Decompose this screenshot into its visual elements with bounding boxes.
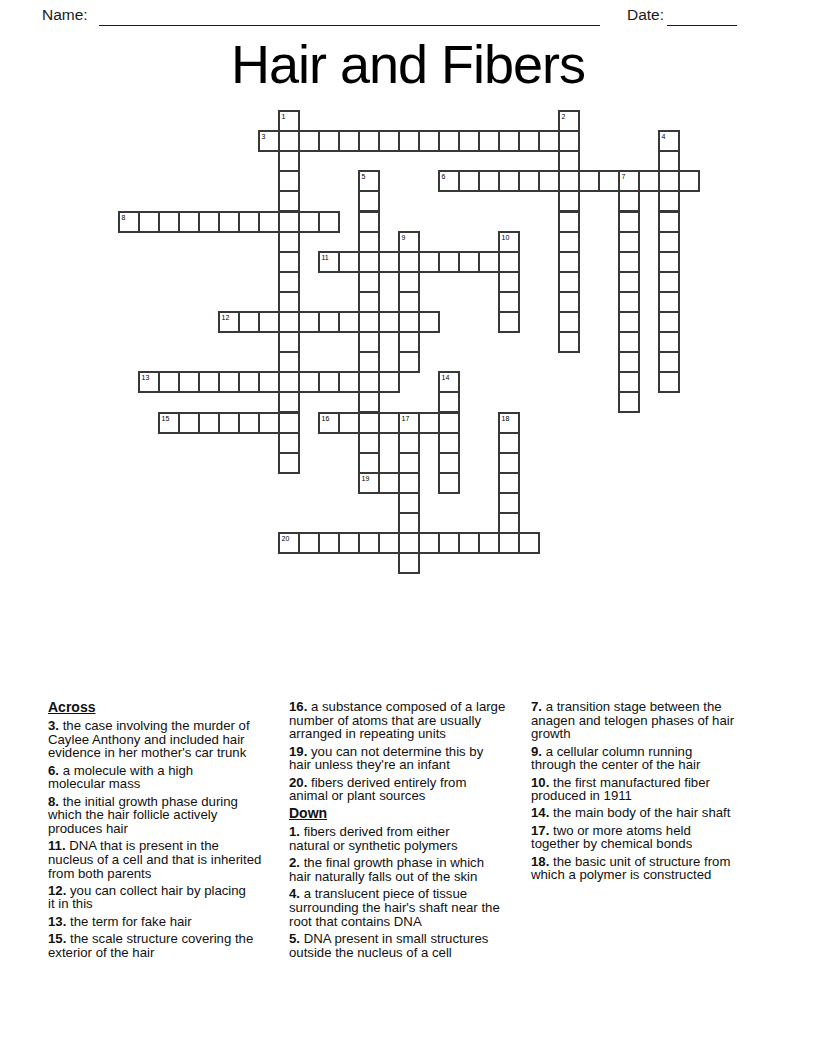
grid-cell-r10-c8: [278, 311, 300, 333]
cell-number-8: 8: [122, 214, 126, 221]
grid-cell-r6-c8: [278, 231, 300, 253]
grid-cell-r13-c2: [158, 371, 180, 393]
clue-number-label: 17.: [531, 823, 549, 838]
clue-number-label: 9.: [531, 744, 542, 759]
grid-cell-r5-c3: [178, 211, 200, 233]
grid-cell-r14-c16: [438, 391, 460, 413]
grid-cell-r9-c25: [618, 291, 640, 313]
cell-number-10: 10: [502, 234, 510, 241]
cell-number-9: 9: [402, 234, 406, 241]
grid-cell-r15-c4: [198, 412, 220, 434]
clue-number-label: 2.: [289, 855, 300, 870]
grid-cell-r13-c8: [278, 371, 300, 393]
grid-cell-r2-c22: [558, 150, 580, 172]
grid-cell-r6-c25: [618, 231, 640, 253]
grid-cell-r12-c14: [398, 351, 420, 373]
grid-cell-r15-c3: [178, 412, 200, 434]
grid-cell-r13-c5: [218, 371, 240, 393]
grid-cell-r19-c19: [498, 492, 520, 514]
grid-cell-r9-c8: [278, 291, 300, 313]
crossword-worksheet-page: Name: Date: Hair and Fibers 123456789101…: [0, 0, 816, 1056]
grid-cell-r1-c9: [298, 130, 320, 152]
grid-cell-r10-c25: [618, 311, 640, 333]
grid-cell-r15-c6: [238, 412, 260, 434]
grid-cell-r10-c6: [238, 311, 260, 333]
clue-across-20: 20. fibers derived entirely from animal …: [289, 776, 521, 803]
grid-cell-r10-c14: [398, 311, 420, 333]
grid-cell-r21-c9: [298, 532, 320, 554]
grid-cell-r14-c25: [618, 391, 640, 413]
grid-cell-r1-c18: [478, 130, 500, 152]
clue-down-7: 7. a transition stage between the anagen…: [531, 700, 749, 741]
grid-cell-r5-c5: [218, 211, 240, 233]
grid-cell-r21-c14: [398, 532, 420, 554]
grid-cell-r18-c14: [398, 472, 420, 494]
grid-cell-r11-c27: [658, 331, 680, 353]
grid-cell-r3-c24: [598, 170, 620, 192]
grid-cell-r10-c27: [658, 311, 680, 333]
clue-down-4: 4. a translucent piece of tissue surroun…: [289, 887, 521, 928]
clue-number-label: 11.: [48, 838, 66, 853]
cell-number-2: 2: [562, 113, 566, 120]
grid-cell-r5-c1: [138, 211, 160, 233]
grid-cell-r21-c13: [378, 532, 400, 554]
grid-cell-r18-c16: [438, 472, 460, 494]
grid-cell-r13-c9: [298, 371, 320, 393]
clue-number-label: 4.: [289, 886, 300, 901]
grid-cell-r13-c13: [378, 371, 400, 393]
clue-number-label: 14.: [531, 805, 549, 820]
grid-cell-r12-c25: [618, 351, 640, 373]
clue-number-label: 10.: [531, 775, 549, 790]
grid-cell-r8-c8: [278, 271, 300, 293]
grid-cell-r3-c27: [658, 170, 680, 192]
grid-cell-r12-c12: [358, 351, 380, 373]
clue-down-14: 14. the main body of the hair shaft: [531, 806, 749, 820]
grid-cell-r7-c14: [398, 251, 420, 273]
cell-number-11: 11: [322, 254, 329, 261]
clue-number-label: 20.: [289, 775, 307, 790]
clue-across-19: 19. you can not determine this by hair u…: [289, 745, 521, 772]
grid-cell-r13-c7: [258, 371, 280, 393]
grid-cell-r21-c12: [358, 532, 380, 554]
crossword-grid: 1234567891011121314151617181920: [118, 110, 702, 576]
grid-cell-r10-c10: [318, 311, 340, 333]
grid-cell-r1-c21: [538, 130, 560, 152]
date-blank-line: [667, 10, 737, 26]
clue-down-1: 1. fibers derived from either natural or…: [289, 825, 521, 852]
grid-cell-r1-c12: [358, 130, 380, 152]
grid-cell-r4-c27: [658, 190, 680, 212]
grid-cell-r15-c12: [358, 412, 380, 434]
grid-cell-r8-c22: [558, 271, 580, 293]
grid-cell-r3-c22: [558, 170, 580, 192]
grid-cell-r13-c3: [178, 371, 200, 393]
grid-cell-r15-c11: [338, 412, 360, 434]
grid-cell-r20-c19: [498, 512, 520, 534]
grid-cell-r1-c8: [278, 130, 300, 152]
clue-number-label: 18.: [531, 854, 549, 869]
grid-cell-r7-c18: [478, 251, 500, 273]
cell-number-12: 12: [222, 314, 230, 321]
grid-cell-r8-c27: [658, 271, 680, 293]
grid-cell-r21-c15: [418, 532, 440, 554]
grid-cell-r6-c22: [558, 231, 580, 253]
grid-cell-r15-c7: [258, 412, 280, 434]
grid-cell-r17-c16: [438, 452, 460, 474]
grid-cell-r18-c13: [378, 472, 400, 494]
grid-cell-r11-c12: [358, 331, 380, 353]
cell-number-15: 15: [162, 415, 170, 422]
cell-number-4: 4: [662, 133, 666, 140]
grid-cell-r13-c4: [198, 371, 220, 393]
grid-cell-r20-c14: [398, 512, 420, 534]
grid-cell-r13-c11: [338, 371, 360, 393]
clue-list-heading-across: Across: [48, 700, 288, 714]
grid-cell-r3-c28: [678, 170, 700, 192]
grid-cell-r7-c17: [458, 251, 480, 273]
clue-column-middle: 16. a substance composed of a large numb…: [289, 700, 521, 963]
grid-cell-r14-c12: [358, 391, 380, 413]
grid-cell-r7-c27: [658, 251, 680, 273]
clue-number-label: 13.: [48, 914, 66, 929]
grid-cell-r17-c8: [278, 452, 300, 474]
grid-cell-r9-c27: [658, 291, 680, 313]
grid-cell-r21-c16: [438, 532, 460, 554]
grid-cell-r14-c8: [278, 391, 300, 413]
grid-cell-r16-c8: [278, 432, 300, 454]
grid-cell-r10-c15: [418, 311, 440, 333]
grid-cell-r4-c12: [358, 190, 380, 212]
date-label: Date:: [627, 6, 664, 24]
grid-cell-r1-c17: [458, 130, 480, 152]
clue-down-17: 17. two or more atoms held together by c…: [531, 824, 749, 851]
grid-cell-r1-c22: [558, 130, 580, 152]
cell-number-13: 13: [142, 374, 150, 381]
grid-cell-r3-c20: [518, 170, 540, 192]
grid-cell-r10-c7: [258, 311, 280, 333]
grid-cell-r5-c27: [658, 211, 680, 233]
grid-cell-r10-c19: [498, 311, 520, 333]
clue-number-label: 6.: [48, 763, 59, 778]
grid-cell-r5-c10: [318, 211, 340, 233]
grid-cell-r3-c18: [478, 170, 500, 192]
grid-cell-r1-c16: [438, 130, 460, 152]
grid-cell-r7-c19: [498, 251, 520, 273]
grid-cell-r17-c12: [358, 452, 380, 474]
clue-number-label: 8.: [48, 794, 59, 809]
cell-number-17: 17: [402, 415, 410, 422]
grid-cell-r11-c25: [618, 331, 640, 353]
grid-cell-r7-c12: [358, 251, 380, 273]
grid-cell-r7-c8: [278, 251, 300, 273]
grid-cell-r21-c20: [518, 532, 540, 554]
cell-number-6: 6: [442, 173, 446, 180]
clue-number-label: 16.: [289, 699, 307, 714]
grid-cell-r13-c25: [618, 371, 640, 393]
clue-down-9: 9. a cellular column running through the…: [531, 745, 749, 772]
clue-number-label: 15.: [48, 931, 66, 946]
clue-down-5: 5. DNA present in small structures outsi…: [289, 932, 521, 959]
clue-across-6: 6. a molecule with a high molecular mass: [48, 764, 288, 791]
page-title: Hair and Fibers: [0, 37, 816, 91]
name-blank-line: [99, 10, 600, 26]
grid-cell-r13-c6: [238, 371, 260, 393]
grid-cell-r13-c27: [658, 371, 680, 393]
grid-cell-r7-c22: [558, 251, 580, 273]
grid-cell-r11-c14: [398, 331, 420, 353]
grid-cell-r1-c15: [418, 130, 440, 152]
grid-cell-r1-c11: [338, 130, 360, 152]
grid-cell-r1-c19: [498, 130, 520, 152]
grid-cell-r4-c8: [278, 190, 300, 212]
clue-across-15: 15. the scale structure covering the ext…: [48, 932, 288, 959]
cell-number-18: 18: [502, 415, 510, 422]
grid-cell-r7-c15: [418, 251, 440, 273]
grid-cell-r2-c8: [278, 150, 300, 172]
clue-number-label: 19.: [289, 744, 307, 759]
name-label: Name:: [42, 6, 88, 24]
grid-cell-r17-c19: [498, 452, 520, 474]
grid-cell-r13-c12: [358, 371, 380, 393]
grid-cell-r12-c27: [658, 351, 680, 373]
grid-cell-r10-c12: [358, 311, 380, 333]
clue-number-label: 12.: [48, 883, 66, 898]
grid-cell-r10-c22: [558, 311, 580, 333]
grid-cell-r5-c8: [278, 211, 300, 233]
grid-cell-r7-c16: [438, 251, 460, 273]
grid-cell-r8-c14: [398, 271, 420, 293]
grid-cell-r6-c27: [658, 231, 680, 253]
clue-list-heading-down: Down: [289, 806, 521, 820]
grid-cell-r13-c10: [318, 371, 340, 393]
grid-cell-r8-c12: [358, 271, 380, 293]
grid-cell-r5-c12: [358, 211, 380, 233]
grid-cell-r22-c14: [398, 552, 420, 574]
clue-down-2: 2. the final growth phase in which hair …: [289, 856, 521, 883]
clue-number-label: 5.: [289, 931, 300, 946]
clue-across-11: 11. DNA that is present in the nucleus o…: [48, 839, 288, 880]
grid-cell-r9-c14: [398, 291, 420, 313]
grid-cell-r21-c19: [498, 532, 520, 554]
grid-cell-r16-c16: [438, 432, 460, 454]
clue-down-10: 10. the first manufactured fiber produce…: [531, 776, 749, 803]
grid-cell-r10-c13: [378, 311, 400, 333]
cell-number-3: 3: [262, 133, 266, 140]
grid-cell-r11-c8: [278, 331, 300, 353]
grid-cell-r21-c10: [318, 532, 340, 554]
grid-cell-r7-c11: [338, 251, 360, 273]
grid-cell-r15-c8: [278, 412, 300, 434]
grid-cell-r5-c22: [558, 211, 580, 233]
grid-cell-r21-c17: [458, 532, 480, 554]
grid-cell-r16-c12: [358, 432, 380, 454]
grid-cell-r8-c19: [498, 271, 520, 293]
grid-cell-r3-c19: [498, 170, 520, 192]
clue-across-3: 3. the case involving the murder of Cayl…: [48, 719, 288, 760]
grid-cell-r15-c13: [378, 412, 400, 434]
grid-cell-r8-c25: [618, 271, 640, 293]
grid-cell-r18-c19: [498, 472, 520, 494]
clue-number-label: 3.: [48, 718, 59, 733]
grid-cell-r9-c12: [358, 291, 380, 313]
grid-cell-r9-c19: [498, 291, 520, 313]
grid-cell-r1-c10: [318, 130, 340, 152]
grid-cell-r5-c7: [258, 211, 280, 233]
clue-across-16: 16. a substance composed of a large numb…: [289, 700, 521, 741]
grid-cell-r1-c20: [518, 130, 540, 152]
cell-number-7: 7: [622, 173, 626, 180]
grid-cell-r7-c25: [618, 251, 640, 273]
grid-cell-r6-c12: [358, 231, 380, 253]
grid-cell-r17-c14: [398, 452, 420, 474]
clue-column-right: 7. a transition stage between the anagen…: [531, 700, 749, 885]
clue-down-18: 18. the basic unit of structure from whi…: [531, 855, 749, 882]
grid-cell-r4-c22: [558, 190, 580, 212]
grid-cell-r15-c5: [218, 412, 240, 434]
grid-cell-r9-c22: [558, 291, 580, 313]
cell-number-20: 20: [282, 535, 290, 542]
grid-cell-r1-c14: [398, 130, 420, 152]
grid-cell-r10-c9: [298, 311, 320, 333]
grid-cell-r21-c11: [338, 532, 360, 554]
grid-cell-r3-c21: [538, 170, 560, 192]
grid-cell-r21-c18: [478, 532, 500, 554]
cell-number-1: 1: [282, 113, 286, 120]
clue-across-12: 12. you can collect hair by placing it i…: [48, 884, 288, 911]
grid-cell-r2-c27: [658, 150, 680, 172]
grid-cell-r5-c9: [298, 211, 320, 233]
grid-cell-r3-c17: [458, 170, 480, 192]
grid-cell-r5-c6: [238, 211, 260, 233]
grid-cell-r11-c22: [558, 331, 580, 353]
grid-cell-r5-c2: [158, 211, 180, 233]
clue-number-label: 1.: [289, 824, 300, 839]
clue-across-8: 8. the initial growth phase during which…: [48, 795, 288, 836]
grid-cell-r15-c15: [418, 412, 440, 434]
grid-cell-r16-c14: [398, 432, 420, 454]
grid-cell-r3-c23: [578, 170, 600, 192]
cell-number-14: 14: [442, 374, 450, 381]
grid-cell-r19-c14: [398, 492, 420, 514]
clue-across-13: 13. the term for fake hair: [48, 915, 288, 929]
cell-number-5: 5: [362, 173, 366, 180]
grid-cell-r16-c19: [498, 432, 520, 454]
grid-cell-r5-c25: [618, 211, 640, 233]
cell-number-19: 19: [362, 475, 370, 482]
grid-cell-r7-c13: [378, 251, 400, 273]
grid-cell-r3-c8: [278, 170, 300, 192]
grid-cell-r1-c13: [378, 130, 400, 152]
grid-cell-r4-c25: [618, 190, 640, 212]
grid-cell-r5-c4: [198, 211, 220, 233]
grid-cell-r15-c16: [438, 412, 460, 434]
grid-cell-r3-c26: [638, 170, 660, 192]
clue-column-left: Across3. the case involving the murder o…: [48, 700, 288, 963]
cell-number-16: 16: [322, 415, 330, 422]
grid-cell-r10-c11: [338, 311, 360, 333]
grid-cell-r12-c8: [278, 351, 300, 373]
clue-number-label: 7.: [531, 699, 542, 714]
